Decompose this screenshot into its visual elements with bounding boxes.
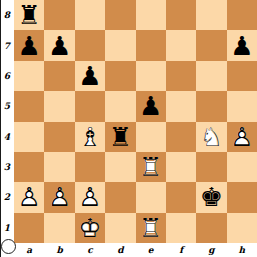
square-g2[interactable]: ♚ (196, 182, 226, 212)
white-rook-e1[interactable]: ♜♖ (136, 213, 166, 243)
square-d5[interactable] (105, 91, 135, 121)
white-pawn-a2[interactable]: ♟♙ (14, 182, 44, 212)
rank-label-6: 6 (0, 61, 14, 91)
square-e8[interactable] (136, 0, 166, 30)
black-pawn-h7[interactable]: ♟ (227, 30, 257, 60)
file-label-a: a (14, 243, 44, 257)
square-a6[interactable] (14, 61, 44, 91)
rank-label-8: 8 (0, 0, 14, 30)
square-b3[interactable] (44, 152, 74, 182)
square-d1[interactable] (105, 213, 135, 243)
white-to-move-indicator (1, 239, 16, 254)
white-bishop-c4[interactable]: ♝♗ (75, 122, 105, 152)
square-d2[interactable] (105, 182, 135, 212)
square-h5[interactable] (227, 91, 257, 121)
square-d4[interactable]: ♜ (105, 122, 135, 152)
piece-glyph: ♟ (227, 30, 257, 60)
square-g4[interactable]: ♞♘ (196, 122, 226, 152)
square-f2[interactable] (166, 182, 196, 212)
piece-outline: ♙ (75, 182, 105, 212)
file-label-g: g (196, 243, 226, 257)
square-h3[interactable] (227, 152, 257, 182)
square-d8[interactable] (105, 0, 135, 30)
chess-diagram: 8♜7♟♟♟6♟5♟4♝♗♜♞♘♟♙3♜♖2♟♙♟♙♟♙♚1♚♔♜♖abcdef… (0, 0, 257, 257)
piece-glyph: ♟ (14, 30, 44, 60)
white-rook-e3[interactable]: ♜♖ (136, 152, 166, 182)
file-label-h: h (227, 243, 257, 257)
white-king-c1[interactable]: ♚♔ (75, 213, 105, 243)
square-e2[interactable] (136, 182, 166, 212)
square-a4[interactable] (14, 122, 44, 152)
square-b5[interactable] (44, 91, 74, 121)
file-label-d: d (105, 243, 135, 257)
square-b6[interactable] (44, 61, 74, 91)
square-h2[interactable] (227, 182, 257, 212)
white-pawn-h4[interactable]: ♟♙ (227, 122, 257, 152)
square-g6[interactable] (196, 61, 226, 91)
piece-glyph: ♜ (14, 0, 44, 30)
square-e5[interactable]: ♟ (136, 91, 166, 121)
file-label-e: e (136, 243, 166, 257)
square-h6[interactable] (227, 61, 257, 91)
piece-glyph: ♚ (196, 182, 226, 212)
square-f1[interactable] (166, 213, 196, 243)
piece-outline: ♖ (136, 152, 166, 182)
square-h1[interactable] (227, 213, 257, 243)
piece-glyph: ♟ (75, 61, 105, 91)
square-c6[interactable]: ♟ (75, 61, 105, 91)
square-f7[interactable] (166, 30, 196, 60)
square-a8[interactable]: ♜ (14, 0, 44, 30)
piece-outline: ♙ (14, 182, 44, 212)
square-f4[interactable] (166, 122, 196, 152)
piece-outline: ♙ (44, 182, 74, 212)
square-b2[interactable]: ♟♙ (44, 182, 74, 212)
square-e1[interactable]: ♜♖ (136, 213, 166, 243)
square-c8[interactable] (75, 0, 105, 30)
rank-label-5: 5 (0, 91, 14, 121)
square-b1[interactable] (44, 213, 74, 243)
square-g8[interactable] (196, 0, 226, 30)
square-c5[interactable] (75, 91, 105, 121)
square-c3[interactable] (75, 152, 105, 182)
piece-outline: ♘ (196, 122, 226, 152)
piece-outline: ♙ (227, 122, 257, 152)
square-g1[interactable] (196, 213, 226, 243)
square-d6[interactable] (105, 61, 135, 91)
square-f3[interactable] (166, 152, 196, 182)
black-pawn-a7[interactable]: ♟ (14, 30, 44, 60)
black-rook-d4[interactable]: ♜ (105, 122, 135, 152)
square-g7[interactable] (196, 30, 226, 60)
black-king-g2[interactable]: ♚ (196, 182, 226, 212)
file-label-f: f (166, 243, 196, 257)
rank-label-3: 3 (0, 152, 14, 182)
piece-outline: ♗ (75, 122, 105, 152)
black-pawn-e5[interactable]: ♟ (136, 91, 166, 121)
black-pawn-c6[interactable]: ♟ (75, 61, 105, 91)
square-a2[interactable]: ♟♙ (14, 182, 44, 212)
square-f6[interactable] (166, 61, 196, 91)
square-a3[interactable] (14, 152, 44, 182)
black-rook-a8[interactable]: ♜ (14, 0, 44, 30)
square-e3[interactable]: ♜♖ (136, 152, 166, 182)
white-pawn-c2[interactable]: ♟♙ (75, 182, 105, 212)
square-b4[interactable] (44, 122, 74, 152)
black-pawn-b7[interactable]: ♟ (44, 30, 74, 60)
rank-label-4: 4 (0, 122, 14, 152)
square-h8[interactable] (227, 0, 257, 30)
square-a5[interactable] (14, 91, 44, 121)
square-f8[interactable] (166, 0, 196, 30)
square-b7[interactable]: ♟ (44, 30, 74, 60)
square-c1[interactable]: ♚♔ (75, 213, 105, 243)
square-h4[interactable]: ♟♙ (227, 122, 257, 152)
piece-outline: ♖ (136, 213, 166, 243)
square-d3[interactable] (105, 152, 135, 182)
piece-glyph: ♟ (44, 30, 74, 60)
chess-board: 8♜7♟♟♟6♟5♟4♝♗♜♞♘♟♙3♜♖2♟♙♟♙♟♙♚1♚♔♜♖abcdef… (0, 0, 257, 257)
square-e4[interactable] (136, 122, 166, 152)
square-g5[interactable] (196, 91, 226, 121)
square-e7[interactable] (136, 30, 166, 60)
square-a1[interactable] (14, 213, 44, 243)
white-knight-g4[interactable]: ♞♘ (196, 122, 226, 152)
square-a7[interactable]: ♟ (14, 30, 44, 60)
square-e6[interactable] (136, 61, 166, 91)
file-label-c: c (75, 243, 105, 257)
rank-label-7: 7 (0, 30, 14, 60)
square-c2[interactable]: ♟♙ (75, 182, 105, 212)
square-g3[interactable] (196, 152, 226, 182)
square-c4[interactable]: ♝♗ (75, 122, 105, 152)
piece-outline: ♔ (75, 213, 105, 243)
square-d7[interactable] (105, 30, 135, 60)
piece-glyph: ♜ (105, 122, 135, 152)
square-b8[interactable] (44, 0, 74, 30)
piece-glyph: ♟ (136, 91, 166, 121)
square-c7[interactable] (75, 30, 105, 60)
square-f5[interactable] (166, 91, 196, 121)
file-label-b: b (44, 243, 74, 257)
board-left-border (0, 0, 1, 257)
rank-label-2: 2 (0, 182, 14, 212)
square-h7[interactable]: ♟ (227, 30, 257, 60)
white-pawn-b2[interactable]: ♟♙ (44, 182, 74, 212)
